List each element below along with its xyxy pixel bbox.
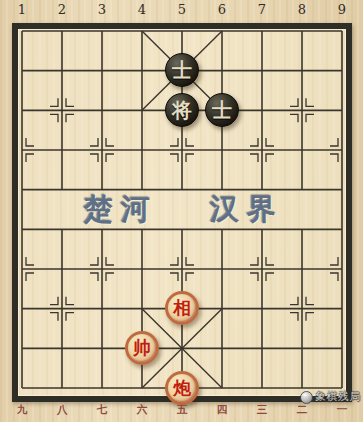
piece-red-elephant[interactable]: 相 [165,291,199,325]
board-grid[interactable]: 士将士相帅炮 [2,11,362,408]
piece-black-advisor[interactable]: 士 [205,93,239,127]
bottom-file-label-6: 四 [217,404,228,415]
piece-red-cannon[interactable]: 炮 [165,371,199,405]
piece-black-advisor[interactable]: 士 [165,53,199,87]
watermark: 象棋残局 [300,390,361,404]
xiangqi-board-screenshot: 123456789 楚河 汉界 士将士相帅炮 九八七六五四三二一 象棋残局 [0,0,363,422]
bottom-file-label-5: 五 [177,404,188,415]
bottom-file-label-1: 九 [17,404,28,415]
bottom-file-label-9: 一 [337,404,348,415]
bottom-file-label-3: 七 [97,404,108,415]
bottom-file-label-4: 六 [137,404,148,415]
piece-red-general[interactable]: 帅 [125,331,159,365]
watermark-text: 象棋残局 [315,390,361,404]
bottom-file-label-8: 二 [297,404,308,415]
watermark-logo-icon [300,391,313,404]
bottom-file-label-7: 三 [257,404,268,415]
bottom-file-label-2: 八 [57,404,68,415]
piece-black-general[interactable]: 将 [165,93,199,127]
